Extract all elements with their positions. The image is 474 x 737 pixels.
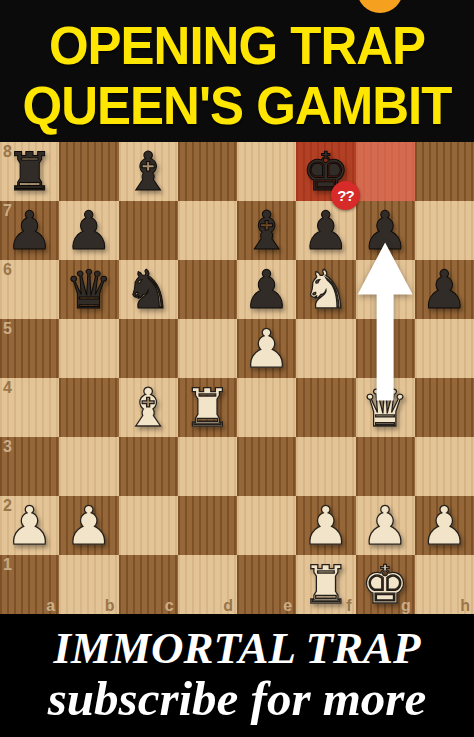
square-a6[interactable]: 6 [0, 260, 59, 319]
rank-label-5: 5 [3, 320, 12, 338]
blunder-badge-text: ?? [337, 187, 353, 204]
piece-black-bishop-c8[interactable]: ♝ [119, 142, 178, 201]
piece-white-pawn-g2[interactable]: ♟ [356, 496, 415, 555]
square-c5[interactable] [119, 319, 178, 378]
square-d7[interactable] [178, 201, 237, 260]
page: OPENING TRAP QUEEN'S GAMBIT 8♜♝♚7♟♟♝♟♟6♛… [0, 0, 474, 737]
square-f5[interactable] [296, 319, 355, 378]
piece-black-pawn-g7[interactable]: ♟ [356, 201, 415, 260]
square-h1[interactable]: h [415, 555, 474, 614]
square-g5[interactable] [356, 319, 415, 378]
file-label-a: a [46, 597, 55, 615]
file-label-e: e [283, 597, 292, 615]
square-e5[interactable]: ♟ [237, 319, 296, 378]
square-a2[interactable]: 2♟ [0, 496, 59, 555]
square-a4[interactable]: 4 [0, 378, 59, 437]
square-e4[interactable] [237, 378, 296, 437]
square-f4[interactable] [296, 378, 355, 437]
square-e6[interactable]: ♟ [237, 260, 296, 319]
title-line-2: QUEEN'S GAMBIT [23, 75, 452, 138]
square-b6[interactable]: ♛ [59, 260, 118, 319]
square-d8[interactable] [178, 142, 237, 201]
piece-white-knight-f6[interactable]: ♞ [296, 260, 355, 319]
square-c8[interactable]: ♝ [119, 142, 178, 201]
square-c1[interactable]: c [119, 555, 178, 614]
square-b1[interactable]: b [59, 555, 118, 614]
square-b8[interactable] [59, 142, 118, 201]
square-g7[interactable]: ♟ [356, 201, 415, 260]
square-f2[interactable]: ♟ [296, 496, 355, 555]
square-c4[interactable]: ♝ [119, 378, 178, 437]
square-h5[interactable] [415, 319, 474, 378]
square-a5[interactable]: 5 [0, 319, 59, 378]
piece-white-pawn-b2[interactable]: ♟ [59, 496, 118, 555]
piece-white-queen-g4[interactable]: ♛ [356, 378, 415, 437]
piece-black-pawn-b7[interactable]: ♟ [59, 201, 118, 260]
square-h4[interactable] [415, 378, 474, 437]
square-g6[interactable] [356, 260, 415, 319]
title-line-1: OPENING TRAP [49, 14, 425, 77]
square-a1[interactable]: 1a [0, 555, 59, 614]
piece-white-pawn-f2[interactable]: ♟ [296, 496, 355, 555]
piece-black-bishop-e7[interactable]: ♝ [237, 201, 296, 260]
piece-black-pawn-e6[interactable]: ♟ [237, 260, 296, 319]
square-c2[interactable] [119, 496, 178, 555]
piece-white-rook-f1[interactable]: ♜ [296, 555, 355, 614]
square-f1[interactable]: f♜ [296, 555, 355, 614]
piece-black-rook-a8[interactable]: ♜ [0, 142, 59, 201]
square-e3[interactable] [237, 437, 296, 496]
square-f7[interactable]: ♟ [296, 201, 355, 260]
square-c6[interactable]: ♞ [119, 260, 178, 319]
square-d5[interactable] [178, 319, 237, 378]
piece-white-pawn-h2[interactable]: ♟ [415, 496, 474, 555]
square-a7[interactable]: 7♟ [0, 201, 59, 260]
square-d4[interactable]: ♜ [178, 378, 237, 437]
square-a8[interactable]: 8♜ [0, 142, 59, 201]
square-b5[interactable] [59, 319, 118, 378]
square-d2[interactable] [178, 496, 237, 555]
square-g1[interactable]: g♚ [356, 555, 415, 614]
square-d3[interactable] [178, 437, 237, 496]
blunder-badge: ?? [331, 181, 360, 210]
rank-label-1: 1 [3, 556, 12, 574]
square-b3[interactable] [59, 437, 118, 496]
piece-white-rook-d4[interactable]: ♜ [178, 378, 237, 437]
square-g3[interactable] [356, 437, 415, 496]
square-b2[interactable]: ♟ [59, 496, 118, 555]
rank-label-4: 4 [3, 379, 12, 397]
footer-line-2: subscribe for more [48, 672, 426, 726]
square-f3[interactable] [296, 437, 355, 496]
square-g4[interactable]: ♛ [356, 378, 415, 437]
board-wrap: 8♜♝♚7♟♟♝♟♟6♛♞♟♞♟5♟4♝♜♛32♟♟♟♟♟1abcdef♜g♚h… [0, 142, 474, 614]
square-c3[interactable] [119, 437, 178, 496]
square-c7[interactable] [119, 201, 178, 260]
file-label-b: b [105, 597, 115, 615]
chess-board[interactable]: 8♜♝♚7♟♟♝♟♟6♛♞♟♞♟5♟4♝♜♛32♟♟♟♟♟1abcdef♜g♚h [0, 142, 474, 614]
square-e8[interactable] [237, 142, 296, 201]
highlight-overlay-g8 [356, 142, 415, 201]
square-g8[interactable] [356, 142, 415, 201]
channel-logo-badge [357, 0, 403, 13]
square-g2[interactable]: ♟ [356, 496, 415, 555]
square-e7[interactable]: ♝ [237, 201, 296, 260]
piece-black-knight-c6[interactable]: ♞ [119, 260, 178, 319]
square-e1[interactable]: e [237, 555, 296, 614]
square-d6[interactable] [178, 260, 237, 319]
rank-label-3: 3 [3, 438, 12, 456]
square-a3[interactable]: 3 [0, 437, 59, 496]
square-e2[interactable] [237, 496, 296, 555]
piece-white-pawn-a2[interactable]: ♟ [0, 496, 59, 555]
piece-black-pawn-a7[interactable]: ♟ [0, 201, 59, 260]
square-h7[interactable] [415, 201, 474, 260]
file-label-d: d [223, 597, 233, 615]
piece-black-queen-b6[interactable]: ♛ [59, 260, 118, 319]
square-d1[interactable]: d [178, 555, 237, 614]
square-b4[interactable] [59, 378, 118, 437]
square-h3[interactable] [415, 437, 474, 496]
piece-black-pawn-f7[interactable]: ♟ [296, 201, 355, 260]
piece-white-pawn-e5[interactable]: ♟ [237, 319, 296, 378]
file-label-h: h [460, 597, 470, 615]
rank-label-6: 6 [3, 261, 12, 279]
square-f6[interactable]: ♞ [296, 260, 355, 319]
square-h6[interactable]: ♟ [415, 260, 474, 319]
piece-black-pawn-h6[interactable]: ♟ [415, 260, 474, 319]
square-b7[interactable]: ♟ [59, 201, 118, 260]
bottom-banner: IMMORTAL TRAP subscribe for more [0, 614, 474, 737]
top-banner: OPENING TRAP QUEEN'S GAMBIT [0, 0, 474, 142]
piece-white-king-g1[interactable]: ♚ [356, 555, 415, 614]
square-h8[interactable] [415, 142, 474, 201]
piece-white-bishop-c4[interactable]: ♝ [119, 378, 178, 437]
footer-line-1: IMMORTAL TRAP [53, 625, 420, 672]
file-label-c: c [165, 597, 174, 615]
square-h2[interactable]: ♟ [415, 496, 474, 555]
